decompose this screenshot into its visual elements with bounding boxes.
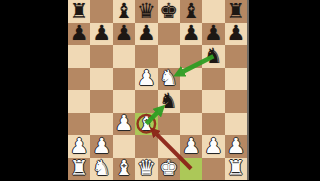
white-pawn-b2[interactable]: ♟ <box>92 135 111 156</box>
white-bishop-d3[interactable]: ♝ <box>137 113 156 134</box>
square-c6[interactable] <box>113 45 135 68</box>
black-king-e8[interactable]: ♚ <box>159 0 178 21</box>
square-b1[interactable]: ♞ <box>90 158 112 181</box>
square-g5[interactable] <box>202 68 224 91</box>
black-knight-e4[interactable]: ♞ <box>159 90 178 111</box>
black-pawn-a7[interactable]: ♟ <box>70 23 89 44</box>
square-b4[interactable] <box>90 90 112 113</box>
white-pawn-f2[interactable]: ♟ <box>182 135 201 156</box>
black-rook-a8[interactable]: ♜ <box>70 0 89 21</box>
square-h4[interactable] <box>225 90 247 113</box>
square-a1[interactable]: ♜ <box>68 158 90 181</box>
square-c7[interactable]: ♟ <box>113 23 135 46</box>
white-rook-a1[interactable]: ♜ <box>70 158 89 179</box>
black-knight-g6[interactable]: ♞ <box>204 45 223 66</box>
square-a7[interactable]: ♟ <box>68 23 90 46</box>
square-f7[interactable]: ♟ <box>180 23 202 46</box>
square-h5[interactable] <box>225 68 247 91</box>
square-g4[interactable] <box>202 90 224 113</box>
square-e4[interactable]: ♞ <box>158 90 180 113</box>
square-h2[interactable]: ♟ <box>225 135 247 158</box>
square-e2[interactable] <box>158 135 180 158</box>
square-g8[interactable] <box>202 0 224 23</box>
page-root: { "game": "chess", "orientation": "white… <box>0 0 320 180</box>
black-pawn-c7[interactable]: ♟ <box>115 23 134 44</box>
white-knight-e5[interactable]: ♞ <box>159 68 178 89</box>
white-pawn-a2[interactable]: ♟ <box>70 135 89 156</box>
square-c5[interactable] <box>113 68 135 91</box>
white-pawn-h2[interactable]: ♟ <box>226 135 245 156</box>
square-a4[interactable] <box>68 90 90 113</box>
square-f1[interactable] <box>180 158 202 181</box>
square-d8[interactable]: ♛ <box>135 0 157 23</box>
square-g2[interactable]: ♟ <box>202 135 224 158</box>
square-c8[interactable]: ♝ <box>113 0 135 23</box>
square-f4[interactable] <box>180 90 202 113</box>
white-queen-d1[interactable]: ♛ <box>137 158 156 179</box>
square-f2[interactable]: ♟ <box>180 135 202 158</box>
black-queen-d8[interactable]: ♛ <box>137 0 156 21</box>
black-bishop-f8[interactable]: ♝ <box>182 0 201 21</box>
square-a8[interactable]: ♜ <box>68 0 90 23</box>
square-h3[interactable] <box>225 113 247 136</box>
square-b5[interactable] <box>90 68 112 91</box>
white-pawn-g2[interactable]: ♟ <box>204 135 223 156</box>
square-h8[interactable]: ♜ <box>225 0 247 23</box>
square-h1[interactable]: ♜ <box>225 158 247 181</box>
board-right-edge-artifact <box>247 0 249 180</box>
square-b3[interactable] <box>90 113 112 136</box>
square-f8[interactable]: ♝ <box>180 0 202 23</box>
square-c1[interactable]: ♝ <box>113 158 135 181</box>
square-d1[interactable]: ♛ <box>135 158 157 181</box>
square-b6[interactable] <box>90 45 112 68</box>
square-e3[interactable] <box>158 113 180 136</box>
black-pawn-d7[interactable]: ♟ <box>137 23 156 44</box>
square-f3[interactable] <box>180 113 202 136</box>
square-c3[interactable]: ♟ <box>113 113 135 136</box>
black-rook-h8[interactable]: ♜ <box>226 0 245 21</box>
square-h6[interactable] <box>225 45 247 68</box>
square-d2[interactable] <box>135 135 157 158</box>
square-b2[interactable]: ♟ <box>90 135 112 158</box>
square-b8[interactable] <box>90 0 112 23</box>
square-e1[interactable]: ♚ <box>158 158 180 181</box>
square-a6[interactable] <box>68 45 90 68</box>
black-pawn-h7[interactable]: ♟ <box>226 23 245 44</box>
square-d3[interactable]: ♝ <box>135 113 157 136</box>
black-pawn-g7[interactable]: ♟ <box>204 23 223 44</box>
square-f6[interactable] <box>180 45 202 68</box>
square-c2[interactable] <box>113 135 135 158</box>
board-squares: ♜♝♛♚♝♜♟♟♟♟♟♟♟♞♟♞♞♟♝♟♟♟♟♟♜♞♝♛♚♜ <box>68 0 247 180</box>
square-e7[interactable] <box>158 23 180 46</box>
square-d7[interactable]: ♟ <box>135 23 157 46</box>
black-pawn-f7[interactable]: ♟ <box>182 23 201 44</box>
white-knight-b1[interactable]: ♞ <box>92 158 111 179</box>
square-g7[interactable]: ♟ <box>202 23 224 46</box>
white-rook-h1[interactable]: ♜ <box>226 158 245 179</box>
square-d6[interactable] <box>135 45 157 68</box>
white-bishop-c1[interactable]: ♝ <box>115 158 134 179</box>
square-e8[interactable]: ♚ <box>158 0 180 23</box>
white-pawn-d5[interactable]: ♟ <box>137 68 156 89</box>
chess-board: ♜♝♛♚♝♜♟♟♟♟♟♟♟♞♟♞♞♟♝♟♟♟♟♟♜♞♝♛♚♜ <box>68 0 247 180</box>
white-pawn-c3[interactable]: ♟ <box>115 113 134 134</box>
white-king-e1[interactable]: ♚ <box>159 158 178 179</box>
square-d5[interactable]: ♟ <box>135 68 157 91</box>
square-e6[interactable] <box>158 45 180 68</box>
square-e5[interactable]: ♞ <box>158 68 180 91</box>
black-pawn-b7[interactable]: ♟ <box>92 23 111 44</box>
square-c4[interactable] <box>113 90 135 113</box>
square-b7[interactable]: ♟ <box>90 23 112 46</box>
square-g6[interactable]: ♞ <box>202 45 224 68</box>
square-a5[interactable] <box>68 68 90 91</box>
square-d4[interactable] <box>135 90 157 113</box>
square-f5[interactable] <box>180 68 202 91</box>
square-g3[interactable] <box>202 113 224 136</box>
black-bishop-c8[interactable]: ♝ <box>115 0 134 21</box>
square-a3[interactable] <box>68 113 90 136</box>
square-g1[interactable] <box>202 158 224 181</box>
square-a2[interactable]: ♟ <box>68 135 90 158</box>
square-h7[interactable]: ♟ <box>225 23 247 46</box>
